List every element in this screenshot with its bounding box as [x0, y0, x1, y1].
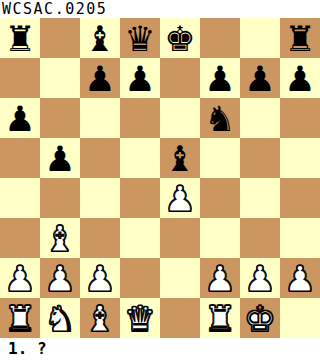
- square-a6[interactable]: ♟: [0, 98, 40, 138]
- white-pawn-piece: ♟: [84, 259, 115, 298]
- black-king-piece: ♚: [164, 19, 195, 58]
- square-a2[interactable]: ♟: [0, 258, 40, 298]
- square-d2[interactable]: [120, 258, 160, 298]
- square-d4[interactable]: [120, 178, 160, 218]
- square-f1[interactable]: ♜: [200, 298, 240, 338]
- square-a5[interactable]: [0, 138, 40, 178]
- square-e8[interactable]: ♚: [160, 18, 200, 58]
- square-c8[interactable]: ♝: [80, 18, 120, 58]
- square-e7[interactable]: [160, 58, 200, 98]
- square-b7[interactable]: [40, 58, 80, 98]
- square-f8[interactable]: [200, 18, 240, 58]
- square-h8[interactable]: ♜: [280, 18, 320, 58]
- white-pawn-piece: ♟: [284, 259, 315, 298]
- square-h1[interactable]: [280, 298, 320, 338]
- square-a8[interactable]: ♜: [0, 18, 40, 58]
- square-h2[interactable]: ♟: [280, 258, 320, 298]
- black-rook-piece: ♜: [4, 19, 35, 58]
- square-h6[interactable]: [280, 98, 320, 138]
- square-b8[interactable]: [40, 18, 80, 58]
- square-a3[interactable]: [0, 218, 40, 258]
- square-b6[interactable]: [40, 98, 80, 138]
- square-e4[interactable]: ♟: [160, 178, 200, 218]
- square-b2[interactable]: ♟: [40, 258, 80, 298]
- square-c1[interactable]: ♝: [80, 298, 120, 338]
- black-bishop-piece: ♝: [84, 19, 115, 58]
- white-rook-piece: ♜: [204, 299, 235, 338]
- square-g3[interactable]: [240, 218, 280, 258]
- black-pawn-piece: ♟: [244, 59, 275, 98]
- square-e1[interactable]: [160, 298, 200, 338]
- black-knight-piece: ♞: [204, 99, 235, 138]
- white-king-piece: ♚: [244, 299, 275, 338]
- white-bishop-piece: ♝: [84, 299, 115, 338]
- square-e2[interactable]: [160, 258, 200, 298]
- square-b1[interactable]: ♞: [40, 298, 80, 338]
- square-b3[interactable]: ♝: [40, 218, 80, 258]
- white-bishop-piece: ♝: [44, 219, 75, 258]
- square-g5[interactable]: [240, 138, 280, 178]
- white-pawn-piece: ♟: [204, 259, 235, 298]
- square-a7[interactable]: [0, 58, 40, 98]
- square-b5[interactable]: ♟: [40, 138, 80, 178]
- black-bishop-piece: ♝: [164, 139, 195, 178]
- square-h5[interactable]: [280, 138, 320, 178]
- black-pawn-piece: ♟: [84, 59, 115, 98]
- square-d3[interactable]: [120, 218, 160, 258]
- square-c4[interactable]: [80, 178, 120, 218]
- square-a1[interactable]: ♜: [0, 298, 40, 338]
- square-f4[interactable]: [200, 178, 240, 218]
- diagram-title: WCSAC.0205: [0, 0, 320, 18]
- square-e5[interactable]: ♝: [160, 138, 200, 178]
- square-c3[interactable]: [80, 218, 120, 258]
- white-pawn-piece: ♟: [164, 179, 195, 218]
- square-b4[interactable]: [40, 178, 80, 218]
- black-pawn-piece: ♟: [44, 139, 75, 178]
- square-g1[interactable]: ♚: [240, 298, 280, 338]
- square-g8[interactable]: [240, 18, 280, 58]
- square-d5[interactable]: [120, 138, 160, 178]
- square-h7[interactable]: ♟: [280, 58, 320, 98]
- white-pawn-piece: ♟: [4, 259, 35, 298]
- white-pawn-piece: ♟: [244, 259, 275, 298]
- black-pawn-piece: ♟: [284, 59, 315, 98]
- square-f2[interactable]: ♟: [200, 258, 240, 298]
- square-c2[interactable]: ♟: [80, 258, 120, 298]
- black-pawn-piece: ♟: [124, 59, 155, 98]
- square-f7[interactable]: ♟: [200, 58, 240, 98]
- square-d8[interactable]: ♛: [120, 18, 160, 58]
- square-a4[interactable]: [0, 178, 40, 218]
- square-h4[interactable]: [280, 178, 320, 218]
- move-prompt: 1. ?: [0, 338, 320, 360]
- square-g6[interactable]: [240, 98, 280, 138]
- chess-board: ♜♝♛♚♜♟♟♟♟♟♟♞♟♝♟♝♟♟♟♟♟♟♜♞♝♛♜♚: [0, 18, 320, 338]
- square-f5[interactable]: [200, 138, 240, 178]
- white-pawn-piece: ♟: [44, 259, 75, 298]
- white-knight-piece: ♞: [44, 299, 75, 338]
- chess-diagram-window: WCSAC.0205 ♜♝♛♚♜♟♟♟♟♟♟♞♟♝♟♝♟♟♟♟♟♟♜♞♝♛♜♚ …: [0, 0, 320, 360]
- square-h3[interactable]: [280, 218, 320, 258]
- black-pawn-piece: ♟: [204, 59, 235, 98]
- square-d1[interactable]: ♛: [120, 298, 160, 338]
- square-f3[interactable]: [200, 218, 240, 258]
- square-g2[interactable]: ♟: [240, 258, 280, 298]
- square-c5[interactable]: [80, 138, 120, 178]
- square-f6[interactable]: ♞: [200, 98, 240, 138]
- square-c7[interactable]: ♟: [80, 58, 120, 98]
- white-rook-piece: ♜: [4, 299, 35, 338]
- square-g7[interactable]: ♟: [240, 58, 280, 98]
- black-rook-piece: ♜: [284, 19, 315, 58]
- square-d7[interactable]: ♟: [120, 58, 160, 98]
- square-c6[interactable]: [80, 98, 120, 138]
- black-pawn-piece: ♟: [4, 99, 35, 138]
- white-queen-piece: ♛: [124, 299, 155, 338]
- square-e6[interactable]: [160, 98, 200, 138]
- square-d6[interactable]: [120, 98, 160, 138]
- square-e3[interactable]: [160, 218, 200, 258]
- square-g4[interactable]: [240, 178, 280, 218]
- black-queen-piece: ♛: [124, 19, 155, 58]
